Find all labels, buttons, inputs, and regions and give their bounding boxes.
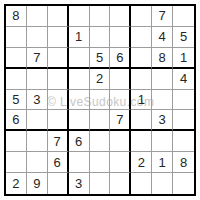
- cell-r9c6[interactable]: [110, 173, 131, 194]
- cell-r8c8[interactable]: 1: [152, 152, 173, 173]
- cell-r4c9[interactable]: 4: [173, 69, 194, 90]
- cell-r2c5[interactable]: [90, 27, 111, 48]
- cell-r4c6[interactable]: [110, 69, 131, 90]
- cell-r7c9[interactable]: [173, 131, 194, 152]
- cell-r6c4[interactable]: [69, 110, 90, 131]
- cell-r1c3[interactable]: [48, 6, 69, 27]
- cell-r6c6[interactable]: 7: [110, 110, 131, 131]
- cell-r1c7[interactable]: [131, 6, 152, 27]
- sudoku-screen: © LiveSudoku.com 87145756812453167376621…: [0, 0, 200, 200]
- cell-r3c6[interactable]: 6: [110, 48, 131, 69]
- cell-r6c3[interactable]: [48, 110, 69, 131]
- cell-r3c4[interactable]: [69, 48, 90, 69]
- cell-r7c5[interactable]: [90, 131, 111, 152]
- cell-r5c4[interactable]: [69, 90, 90, 111]
- cell-r8c5[interactable]: [90, 152, 111, 173]
- cell-r5c6[interactable]: [110, 90, 131, 111]
- cell-r2c3[interactable]: [48, 27, 69, 48]
- cell-r7c6[interactable]: [110, 131, 131, 152]
- cell-r4c5[interactable]: 2: [90, 69, 111, 90]
- cell-r1c2[interactable]: [27, 6, 48, 27]
- cell-r5c5[interactable]: [90, 90, 111, 111]
- cell-r5c1[interactable]: 5: [6, 90, 27, 111]
- cell-r5c9[interactable]: [173, 90, 194, 111]
- cell-r5c3[interactable]: [48, 90, 69, 111]
- cell-r9c2[interactable]: 9: [27, 173, 48, 194]
- cell-r9c3[interactable]: [48, 173, 69, 194]
- cell-r1c5[interactable]: [90, 6, 111, 27]
- cell-r6c8[interactable]: 3: [152, 110, 173, 131]
- cell-r2c9[interactable]: 5: [173, 27, 194, 48]
- cell-r6c7[interactable]: [131, 110, 152, 131]
- cell-r4c1[interactable]: [6, 69, 27, 90]
- cell-r2c4[interactable]: 1: [69, 27, 90, 48]
- cell-r2c7[interactable]: [131, 27, 152, 48]
- cell-r2c2[interactable]: [27, 27, 48, 48]
- cell-r1c8[interactable]: 7: [152, 6, 173, 27]
- cell-r3c8[interactable]: 8: [152, 48, 173, 69]
- cell-r6c1[interactable]: 6: [6, 110, 27, 131]
- cell-r3c5[interactable]: 5: [90, 48, 111, 69]
- cell-r3c1[interactable]: [6, 48, 27, 69]
- cell-r9c4[interactable]: 3: [69, 173, 90, 194]
- cell-r3c2[interactable]: 7: [27, 48, 48, 69]
- cell-r5c7[interactable]: 1: [131, 90, 152, 111]
- cell-r3c7[interactable]: [131, 48, 152, 69]
- cell-r4c8[interactable]: [152, 69, 173, 90]
- cell-r1c9[interactable]: [173, 6, 194, 27]
- cell-r6c9[interactable]: [173, 110, 194, 131]
- cell-r7c1[interactable]: [6, 131, 27, 152]
- cell-r3c9[interactable]: 1: [173, 48, 194, 69]
- cell-r7c2[interactable]: [27, 131, 48, 152]
- cell-r1c6[interactable]: [110, 6, 131, 27]
- cell-r4c2[interactable]: [27, 69, 48, 90]
- cell-r2c6[interactable]: [110, 27, 131, 48]
- cell-r4c7[interactable]: [131, 69, 152, 90]
- cell-r8c3[interactable]: 6: [48, 152, 69, 173]
- cell-r7c4[interactable]: 6: [69, 131, 90, 152]
- cell-r5c2[interactable]: 3: [27, 90, 48, 111]
- sudoku-board: © LiveSudoku.com 87145756812453167376621…: [4, 4, 196, 196]
- cell-r5c8[interactable]: [152, 90, 173, 111]
- cell-r2c1[interactable]: [6, 27, 27, 48]
- cell-r4c3[interactable]: [48, 69, 69, 90]
- cell-r9c5[interactable]: [90, 173, 111, 194]
- cell-r4c4[interactable]: [69, 69, 90, 90]
- cell-r6c5[interactable]: [90, 110, 111, 131]
- cell-r9c7[interactable]: [131, 173, 152, 194]
- cell-r3c3[interactable]: [48, 48, 69, 69]
- cell-r7c3[interactable]: 7: [48, 131, 69, 152]
- cell-r8c4[interactable]: [69, 152, 90, 173]
- sudoku-grid: 871457568124531673766218293: [6, 6, 194, 194]
- cell-r8c1[interactable]: [6, 152, 27, 173]
- cell-r8c6[interactable]: [110, 152, 131, 173]
- cell-r2c8[interactable]: 4: [152, 27, 173, 48]
- cell-r7c7[interactable]: [131, 131, 152, 152]
- cell-r7c8[interactable]: [152, 131, 173, 152]
- cell-r1c4[interactable]: [69, 6, 90, 27]
- cell-r8c2[interactable]: [27, 152, 48, 173]
- cell-r1c1[interactable]: 8: [6, 6, 27, 27]
- cell-r8c7[interactable]: 2: [131, 152, 152, 173]
- cell-r6c2[interactable]: [27, 110, 48, 131]
- cell-r9c1[interactable]: 2: [6, 173, 27, 194]
- cell-r9c9[interactable]: [173, 173, 194, 194]
- cell-r8c9[interactable]: 8: [173, 152, 194, 173]
- cell-r9c8[interactable]: [152, 173, 173, 194]
